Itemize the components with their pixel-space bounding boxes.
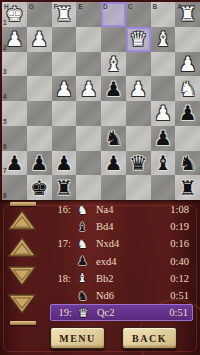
move-row-current[interactable]: 19:♛Qc20:51 xyxy=(50,304,193,321)
square-f7[interactable]: ♟ xyxy=(52,151,77,176)
square-d4[interactable]: ♟ xyxy=(101,76,126,101)
piece-white-pawn: ♟ xyxy=(129,79,147,99)
square-e8[interactable] xyxy=(76,175,101,200)
back-button[interactable]: BACK xyxy=(122,327,177,349)
square-h4[interactable]: 4 xyxy=(2,76,27,101)
first-move-button[interactable] xyxy=(7,202,39,236)
piece-white-bishop: ♝ xyxy=(154,29,172,49)
square-h5[interactable]: 5 xyxy=(2,101,27,126)
move-san: Na4 xyxy=(92,204,157,215)
move-number: 17: xyxy=(50,238,73,249)
square-b4[interactable] xyxy=(151,76,176,101)
square-b7[interactable]: ♝ xyxy=(151,151,176,176)
square-a4[interactable]: ♞ xyxy=(175,76,200,101)
move-row[interactable]: 18:♝Bb20:12 xyxy=(50,270,193,287)
square-b5[interactable]: ♟ xyxy=(151,101,176,126)
rank-label-5: 5 xyxy=(3,118,7,125)
move-san: Nxd4 xyxy=(92,238,157,249)
rank-label-4: 4 xyxy=(3,93,7,100)
piece-white-pawn: ♟ xyxy=(154,103,172,123)
square-b3[interactable] xyxy=(151,52,176,77)
move-time: 0:12 xyxy=(157,273,193,284)
piece-white-pawn: ♟ xyxy=(80,79,98,99)
piece-white-pawn: ♟ xyxy=(55,79,73,99)
move-row[interactable]: ♟exd40:40 xyxy=(50,253,193,270)
move-san: Qc2 xyxy=(93,307,156,318)
square-c7[interactable]: ♛ xyxy=(126,151,151,176)
square-c1[interactable]: C xyxy=(126,2,151,27)
triangle-down-icon xyxy=(7,292,37,315)
square-d1[interactable]: D xyxy=(101,2,126,27)
square-f2[interactable] xyxy=(52,27,77,52)
piece-black-pawn: ♟ xyxy=(104,153,122,173)
square-h8[interactable]: 8 xyxy=(2,175,27,200)
square-f4[interactable]: ♟ xyxy=(52,76,77,101)
piece-black-pawn: ♟ xyxy=(5,153,23,173)
square-g4[interactable] xyxy=(27,76,52,101)
last-move-button[interactable] xyxy=(7,292,39,325)
square-a3[interactable]: ♟ xyxy=(175,52,200,77)
square-a6[interactable] xyxy=(175,126,200,151)
move-number: 19: xyxy=(51,307,74,318)
square-e2[interactable] xyxy=(76,27,101,52)
white-q-piece-icon: ♛ xyxy=(74,307,93,319)
piece-white-king: ♚ xyxy=(5,4,23,24)
white-b-piece-icon: ♝ xyxy=(73,272,92,284)
rank-label-6: 6 xyxy=(3,143,7,150)
move-row[interactable]: 17:♞Nxd40:16 xyxy=(50,235,193,252)
move-time: 0:40 xyxy=(157,256,193,267)
piece-white-bishop: ♝ xyxy=(104,54,122,74)
piece-black-pawn: ♟ xyxy=(104,79,122,99)
square-f6[interactable] xyxy=(52,126,77,151)
square-g7[interactable]: ♟ xyxy=(27,151,52,176)
square-a2[interactable] xyxy=(175,27,200,52)
move-san: Bd4 xyxy=(92,221,157,232)
file-label-C: C xyxy=(128,3,133,10)
move-number: 18: xyxy=(50,273,73,284)
piece-black-knight: ♞ xyxy=(179,153,197,173)
square-b2[interactable]: ♝ xyxy=(151,27,176,52)
square-c5[interactable] xyxy=(126,101,151,126)
file-label-B: B xyxy=(153,3,158,10)
rank-label-3: 3 xyxy=(3,68,7,75)
square-g5[interactable] xyxy=(27,101,52,126)
piece-black-king: ♚ xyxy=(30,178,48,198)
white-n-piece-icon: ♞ xyxy=(73,238,92,250)
end-bar-icon xyxy=(10,321,36,325)
square-e5[interactable] xyxy=(76,101,101,126)
square-b6[interactable]: ♟ xyxy=(151,126,176,151)
square-g6[interactable] xyxy=(27,126,52,151)
piece-white-pawn: ♟ xyxy=(30,29,48,49)
move-time: 0:16 xyxy=(157,238,193,249)
square-g3[interactable] xyxy=(27,52,52,77)
piece-black-queen: ♛ xyxy=(129,153,147,173)
move-row[interactable]: ♞Nd60:51 xyxy=(50,287,193,304)
square-d2[interactable] xyxy=(101,27,126,52)
triangle-up-icon xyxy=(7,209,37,232)
move-number: 16: xyxy=(50,204,73,215)
move-san: exd4 xyxy=(92,256,157,267)
next-move-button[interactable] xyxy=(7,264,39,291)
square-g8[interactable]: ♚ xyxy=(27,175,52,200)
piece-white-queen: ♛ xyxy=(129,29,147,49)
square-a5[interactable]: ♟ xyxy=(175,101,200,126)
chess-app: H1♚GF♜EDCBA♜2♟♟♛♝3♝♟4♟♟♟♟♞5♟♟6♞♟7♟♟♟♟♛♝♞… xyxy=(0,0,200,355)
piece-black-pawn: ♟ xyxy=(30,153,48,173)
menu-button[interactable]: MENU xyxy=(50,327,105,349)
bottom-button-row: MENU BACK xyxy=(50,327,177,349)
square-d3[interactable]: ♝ xyxy=(101,52,126,77)
file-label-E: E xyxy=(78,3,82,10)
square-f1[interactable]: F♜ xyxy=(52,2,77,27)
square-h3[interactable]: 3 xyxy=(2,52,27,77)
square-e1[interactable]: E xyxy=(76,2,101,27)
piece-white-pawn: ♟ xyxy=(5,29,23,49)
square-h1[interactable]: H1♚ xyxy=(2,2,27,27)
black-p-piece-icon: ♟ xyxy=(73,255,92,267)
piece-black-bishop: ♝ xyxy=(154,153,172,173)
triangle-down-icon xyxy=(7,264,37,287)
black-b-piece-icon: ♝ xyxy=(73,221,92,233)
square-g2[interactable]: ♟ xyxy=(27,27,52,52)
square-h6[interactable]: 6 xyxy=(2,126,27,151)
square-c4[interactable]: ♟ xyxy=(126,76,151,101)
move-row[interactable]: ♝Bd40:19 xyxy=(50,218,193,235)
piece-black-pawn: ♟ xyxy=(179,103,197,123)
white-n-piece-icon: ♞ xyxy=(73,204,92,216)
square-d7[interactable]: ♟ xyxy=(101,151,126,176)
square-f3[interactable] xyxy=(52,52,77,77)
square-h7[interactable]: 7♟ xyxy=(2,151,27,176)
piece-black-rook: ♜ xyxy=(179,178,197,198)
square-g1[interactable]: G xyxy=(27,2,52,27)
piece-white-rook: ♜ xyxy=(179,4,197,24)
piece-white-knight: ♞ xyxy=(179,79,197,99)
square-a1[interactable]: A♜ xyxy=(175,2,200,27)
piece-white-rook: ♜ xyxy=(55,4,73,24)
piece-white-pawn: ♟ xyxy=(179,54,197,74)
square-e7[interactable] xyxy=(76,151,101,176)
square-e3[interactable] xyxy=(76,52,101,77)
piece-black-knight: ♞ xyxy=(104,128,122,148)
square-c3[interactable] xyxy=(126,52,151,77)
square-b8[interactable] xyxy=(151,175,176,200)
move-san: Bb2 xyxy=(92,273,157,284)
move-list: 16:♞Na41:08♝Bd40:1917:♞Nxd40:16♟exd40:40… xyxy=(50,201,193,321)
previous-move-button[interactable] xyxy=(7,236,39,263)
rank-label-8: 8 xyxy=(3,192,7,199)
square-c6[interactable] xyxy=(126,126,151,151)
file-label-G: G xyxy=(29,3,34,10)
piece-black-pawn: ♟ xyxy=(154,128,172,148)
square-d5[interactable] xyxy=(101,101,126,126)
move-panel: 16:♞Na41:08♝Bd40:1917:♞Nxd40:16♟exd40:40… xyxy=(0,200,200,355)
move-time: 0:51 xyxy=(156,307,192,318)
square-a8[interactable]: ♜ xyxy=(175,175,200,200)
black-n-piece-icon: ♞ xyxy=(73,290,92,302)
move-row[interactable]: 16:♞Na41:08 xyxy=(50,201,193,218)
move-san: Nd6 xyxy=(92,290,157,301)
piece-black-rook: ♜ xyxy=(55,178,73,198)
square-c8[interactable] xyxy=(126,175,151,200)
file-label-D: D xyxy=(103,3,108,10)
piece-black-pawn: ♟ xyxy=(55,153,73,173)
square-d8[interactable] xyxy=(101,175,126,200)
square-e6[interactable] xyxy=(76,126,101,151)
move-time: 0:51 xyxy=(157,290,193,301)
square-d6[interactable]: ♞ xyxy=(101,126,126,151)
move-time: 1:08 xyxy=(157,204,193,215)
square-f8[interactable]: ♜ xyxy=(52,175,77,200)
square-c2[interactable]: ♛ xyxy=(126,27,151,52)
square-e4[interactable]: ♟ xyxy=(76,76,101,101)
square-b1[interactable]: B xyxy=(151,2,176,27)
square-h2[interactable]: 2♟ xyxy=(2,27,27,52)
triangle-up-icon xyxy=(7,236,37,259)
square-f5[interactable] xyxy=(52,101,77,126)
chess-board: H1♚GF♜EDCBA♜2♟♟♛♝3♝♟4♟♟♟♟♞5♟♟6♞♟7♟♟♟♟♛♝♞… xyxy=(0,0,200,200)
move-time: 0:19 xyxy=(157,221,193,232)
square-a7[interactable]: ♞ xyxy=(175,151,200,176)
